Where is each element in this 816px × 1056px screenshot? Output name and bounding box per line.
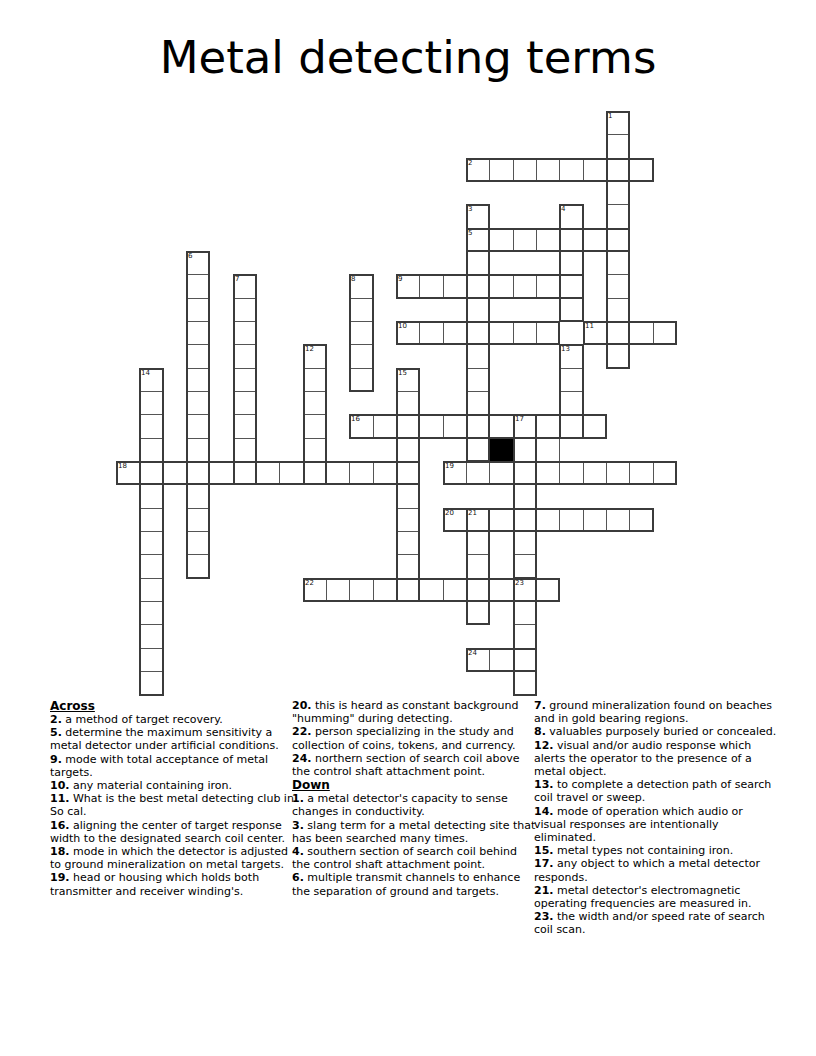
grid-cell[interactable]	[209, 461, 234, 485]
grid-cell[interactable]	[466, 578, 490, 602]
grid-cell[interactable]	[349, 344, 374, 369]
grid-cell[interactable]	[466, 344, 490, 369]
grid-cell[interactable]	[139, 624, 164, 649]
clue-item-number: 12.	[534, 739, 554, 752]
black-cell	[489, 438, 514, 462]
grid-cell[interactable]	[513, 438, 537, 462]
grid-cell[interactable]	[139, 671, 164, 696]
grid-cell[interactable]	[233, 368, 257, 392]
clue-item-number: 16.	[50, 819, 70, 832]
clue-item-number: 21.	[534, 884, 554, 897]
grid-cell[interactable]	[606, 158, 630, 182]
grid-cell[interactable]	[396, 414, 420, 439]
clue-item-number: 15.	[534, 844, 554, 857]
grid-cell[interactable]	[489, 508, 514, 532]
clue-item-16: 16. aligning the center of target respon…	[50, 819, 294, 845]
grid-cell[interactable]	[303, 344, 327, 369]
grid-cell[interactable]	[559, 298, 584, 322]
grid-cell[interactable]	[606, 321, 630, 345]
clue-item-number: 22.	[292, 725, 312, 738]
grid-cell[interactable]	[396, 461, 420, 485]
grid-cell[interactable]	[443, 321, 467, 345]
grid-cell[interactable]	[326, 461, 350, 485]
grid-cell[interactable]	[583, 158, 607, 182]
grid-cell[interactable]	[606, 228, 630, 252]
grid-cell[interactable]	[163, 461, 187, 485]
grid-cell[interactable]	[186, 554, 210, 579]
clue-item-number: 4.	[292, 845, 304, 858]
grid-cell[interactable]	[373, 578, 397, 602]
grid-cell[interactable]	[396, 368, 420, 392]
grid-cell[interactable]	[559, 461, 584, 485]
grid-cell[interactable]	[466, 158, 490, 182]
grid-cell[interactable]	[419, 274, 444, 299]
grid-cell[interactable]	[139, 648, 164, 672]
grid-cell[interactable]	[629, 461, 654, 485]
grid-cell[interactable]	[396, 578, 420, 602]
grid-cell[interactable]	[233, 438, 257, 462]
clue-item-12: 12. visual and/or audio response which a…	[534, 739, 778, 779]
grid-cell[interactable]	[186, 531, 210, 555]
clue-column-1: Across2. a method of target recovery.5. …	[50, 699, 294, 898]
grid-cell[interactable]	[396, 554, 420, 579]
clue-item-5: 5. determine the maximum sensitivity a m…	[50, 726, 294, 752]
grid-cell[interactable]	[536, 508, 560, 532]
grid-cell[interactable]	[606, 134, 630, 159]
grid-cell[interactable]	[513, 531, 537, 555]
grid-cell[interactable]	[349, 578, 374, 602]
clue-item-13: 13. to complete a detection path of sear…	[534, 778, 778, 804]
grid-cell[interactable]	[513, 671, 537, 696]
grid-cell[interactable]	[583, 321, 607, 345]
grid-cell[interactable]	[466, 321, 490, 345]
clue-item-1: 1. a metal detector's capacity to sense …	[292, 792, 536, 818]
grid-cell[interactable]	[419, 414, 444, 439]
clue-item-10: 10. any material containing iron.	[50, 779, 294, 792]
clue-item-number: 20.	[292, 699, 312, 712]
grid-cell[interactable]	[303, 391, 327, 415]
clue-item-number: 24.	[292, 752, 312, 765]
clue-item-15: 15. metal types not containing iron.	[534, 844, 778, 857]
grid-cell[interactable]	[466, 391, 490, 415]
clue-column-3: 7. ground mineralization found on beache…	[534, 699, 778, 937]
clue-item-7: 7. ground mineralization found on beache…	[534, 699, 778, 725]
grid-cell[interactable]	[396, 391, 420, 415]
grid-cell[interactable]	[489, 321, 514, 345]
grid-cell[interactable]	[466, 648, 490, 672]
grid-cell[interactable]	[443, 274, 467, 299]
clue-item-20: 20. this is heard as constant background…	[292, 699, 536, 725]
grid-cell[interactable]	[559, 391, 584, 415]
grid-cell[interactable]	[606, 298, 630, 322]
page: { "game": "crossword", "title": "Metal d…	[0, 0, 816, 1056]
grid-cell[interactable]	[186, 508, 210, 532]
clue-item-22: 22. person specializing in the study and…	[292, 725, 536, 751]
grid-cell[interactable]	[513, 461, 537, 485]
grid-cell[interactable]	[303, 578, 327, 602]
clue-item-number: 19.	[50, 871, 70, 884]
clue-item-number: 17.	[534, 857, 554, 870]
grid-cell[interactable]	[396, 321, 420, 345]
grid-cell[interactable]	[513, 414, 537, 439]
grid-cell[interactable]	[256, 461, 280, 485]
grid-cell[interactable]	[466, 508, 490, 532]
grid-cell[interactable]	[396, 438, 420, 462]
grid-cell[interactable]	[606, 344, 630, 369]
clue-item-number: 13.	[534, 778, 554, 791]
grid-cell[interactable]	[116, 461, 140, 485]
grid-cell[interactable]	[396, 274, 420, 299]
grid-cell[interactable]	[489, 414, 514, 439]
grid-cell[interactable]	[489, 578, 514, 602]
grid-cell[interactable]	[583, 228, 607, 252]
grid-cell[interactable]	[606, 508, 630, 532]
clue-item-6: 6. multiple transmit channels to enhance…	[292, 871, 536, 897]
grid-cell[interactable]	[139, 414, 164, 439]
clue-item-3: 3. slang term for a metal detecting site…	[292, 819, 536, 845]
clue-item-number: 6.	[292, 871, 304, 884]
grid-cell[interactable]	[536, 578, 560, 602]
grid-cell[interactable]	[513, 578, 537, 602]
grid-cell[interactable]	[349, 461, 374, 485]
clue-item-number: 2.	[50, 713, 62, 726]
grid-cell[interactable]	[583, 461, 607, 485]
grid-cell[interactable]	[233, 298, 257, 322]
grid-cell[interactable]	[513, 601, 537, 625]
grid-cell[interactable]	[606, 461, 630, 485]
grid-cell[interactable]	[536, 438, 560, 462]
grid-cell[interactable]	[536, 414, 560, 439]
clue-item-14: 14. mode of operation which audio or vis…	[534, 805, 778, 845]
grid-cell[interactable]	[466, 274, 490, 299]
grid-cell[interactable]	[536, 228, 560, 252]
grid-cell[interactable]	[559, 228, 584, 252]
clue-item-23: 23. the width and/or speed rate of searc…	[534, 910, 778, 936]
grid-cell[interactable]	[349, 298, 374, 322]
grid-cell[interactable]	[559, 204, 584, 229]
grid-cell[interactable]	[466, 251, 490, 275]
grid-cell[interactable]	[139, 484, 164, 509]
grid-cell[interactable]	[443, 414, 467, 439]
clue-item-11: 11. What is the best metal detecting clu…	[50, 792, 294, 818]
grid-cell[interactable]	[186, 368, 210, 392]
grid-cell[interactable]	[583, 508, 607, 532]
grid-cell[interactable]	[489, 274, 514, 299]
grid-cell[interactable]	[466, 438, 490, 462]
grid-cell[interactable]	[186, 438, 210, 462]
grid-cell[interactable]	[186, 344, 210, 369]
grid-cell[interactable]	[233, 414, 257, 439]
grid-cell[interactable]	[303, 368, 327, 392]
grid-cell[interactable]	[466, 204, 490, 229]
grid-cell[interactable]	[559, 251, 584, 275]
grid-cell[interactable]	[349, 274, 374, 299]
grid-cell[interactable]	[513, 554, 537, 579]
grid-cell[interactable]	[583, 414, 607, 439]
grid-cell[interactable]	[606, 251, 630, 275]
grid-cell[interactable]	[466, 601, 490, 625]
grid-cell[interactable]	[233, 321, 257, 345]
grid-cell[interactable]	[629, 158, 654, 182]
grid-cell[interactable]	[606, 111, 630, 135]
grid-cell[interactable]	[373, 461, 397, 485]
grid-cell[interactable]	[186, 298, 210, 322]
grid-cell[interactable]	[396, 508, 420, 532]
grid-cell[interactable]	[186, 391, 210, 415]
grid-cell[interactable]	[419, 321, 444, 345]
grid-cell[interactable]	[139, 578, 164, 602]
grid-cell[interactable]	[466, 554, 490, 579]
grid-cell[interactable]	[443, 508, 467, 532]
grid-cell[interactable]	[303, 438, 327, 462]
grid-cell[interactable]	[139, 438, 164, 462]
crossword-grid: 259101116181920222413467812131415172123	[0, 0, 816, 730]
grid-cell[interactable]	[536, 321, 560, 345]
grid-cell[interactable]	[489, 648, 514, 672]
clue-item-18: 18. mode in which the detector is adjust…	[50, 845, 294, 871]
grid-cell[interactable]	[559, 274, 584, 299]
grid-cell[interactable]	[466, 298, 490, 322]
grid-cell[interactable]	[629, 321, 654, 345]
grid-cell[interactable]	[513, 624, 537, 649]
grid-cell[interactable]	[186, 321, 210, 345]
clue-item-number: 23.	[534, 910, 554, 923]
grid-cell[interactable]	[489, 228, 514, 252]
grid-cell[interactable]	[466, 461, 490, 485]
clue-item-number: 8.	[534, 725, 546, 738]
grid-cell[interactable]	[349, 368, 374, 392]
grid-cell[interactable]	[606, 204, 630, 229]
clue-item-17: 17. any object to which a metal detector…	[534, 857, 778, 883]
clue-item-number: 10.	[50, 779, 70, 792]
grid-cell[interactable]	[466, 228, 490, 252]
clue-item-number: 14.	[534, 805, 554, 818]
grid-cell[interactable]	[233, 391, 257, 415]
grid-cell[interactable]	[303, 414, 327, 439]
grid-cell[interactable]	[233, 344, 257, 369]
across-header: Across	[50, 699, 294, 713]
clue-item-number: 5.	[50, 726, 62, 739]
grid-cell[interactable]	[396, 531, 420, 555]
grid-cell[interactable]	[559, 508, 584, 532]
grid-cell[interactable]	[139, 601, 164, 625]
grid-cell[interactable]	[466, 368, 490, 392]
grid-cell[interactable]	[653, 321, 677, 345]
grid-cell[interactable]	[186, 414, 210, 439]
grid-cell[interactable]	[513, 228, 537, 252]
clue-item-21: 21. metal detector's electromagnetic ope…	[534, 884, 778, 910]
grid-cell[interactable]	[303, 461, 327, 485]
grid-cell[interactable]	[513, 274, 537, 299]
grid-cell[interactable]	[186, 461, 210, 485]
grid-cell[interactable]	[233, 461, 257, 485]
grid-cell[interactable]	[559, 414, 584, 439]
clue-item-number: 7.	[534, 699, 546, 712]
clue-item-number: 9.	[50, 753, 62, 766]
grid-cell[interactable]	[139, 391, 164, 415]
grid-cell[interactable]	[233, 274, 257, 299]
grid-cell[interactable]	[536, 274, 560, 299]
clue-item-4: 4. southern section of search coil behin…	[292, 845, 536, 871]
grid-cell[interactable]	[629, 508, 654, 532]
grid-cell[interactable]	[373, 414, 397, 439]
grid-cell[interactable]	[606, 274, 630, 299]
grid-cell[interactable]	[513, 508, 537, 532]
grid-cell[interactable]	[466, 414, 490, 439]
grid-cell[interactable]	[466, 531, 490, 555]
grid-cell[interactable]	[653, 461, 677, 485]
clue-item-8: 8. valuables purposely buried or conceal…	[534, 725, 778, 738]
grid-cell[interactable]	[349, 414, 374, 439]
clue-item-24: 24. northern section of search coil abov…	[292, 752, 536, 778]
clue-item-number: 18.	[50, 845, 70, 858]
clue-item-2: 2. a method of target recovery.	[50, 713, 294, 726]
grid-cell[interactable]	[513, 321, 537, 345]
grid-cell[interactable]	[536, 461, 560, 485]
grid-cell[interactable]	[139, 368, 164, 392]
grid-cell[interactable]	[536, 158, 560, 182]
clue-item-number: 11.	[50, 792, 70, 805]
grid-cell[interactable]	[139, 531, 164, 555]
grid-cell[interactable]	[186, 484, 210, 509]
grid-cell[interactable]	[559, 368, 584, 392]
grid-cell[interactable]	[513, 648, 537, 672]
grid-cell[interactable]	[139, 461, 164, 485]
grid-cell[interactable]	[443, 578, 467, 602]
clue-item-number: 1.	[292, 792, 304, 805]
grid-cell[interactable]	[349, 321, 374, 345]
down-header: Down	[292, 778, 536, 792]
grid-cell[interactable]	[396, 484, 420, 509]
grid-cell[interactable]	[279, 461, 304, 485]
grid-cell[interactable]	[139, 508, 164, 532]
grid-cell[interactable]	[186, 251, 210, 275]
clue-item-9: 9. mode with total acceptance of metal t…	[50, 753, 294, 779]
grid-cell[interactable]	[186, 274, 210, 299]
grid-cell[interactable]	[513, 158, 537, 182]
grid-cell[interactable]	[139, 554, 164, 579]
grid-cell[interactable]	[489, 158, 514, 182]
grid-cell[interactable]	[489, 461, 514, 485]
clue-item-number: 3.	[292, 819, 304, 832]
grid-cell[interactable]	[606, 181, 630, 205]
grid-cell[interactable]	[559, 344, 584, 369]
grid-cell[interactable]	[559, 158, 584, 182]
grid-cell[interactable]	[513, 484, 537, 509]
grid-cell[interactable]	[326, 578, 350, 602]
clue-item-19: 19. head or housing which holds both tra…	[50, 871, 294, 897]
grid-cell[interactable]	[419, 578, 444, 602]
grid-cell[interactable]	[443, 461, 467, 485]
clue-column-2: 20. this is heard as constant background…	[292, 699, 536, 898]
